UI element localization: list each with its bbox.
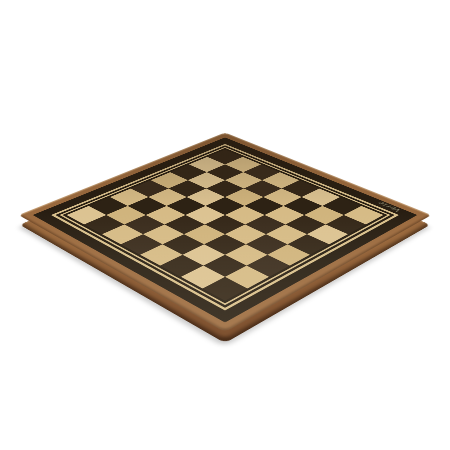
field-margin (62, 148, 387, 303)
pinstripe-inner (60, 147, 391, 305)
product-photo: Verte (0, 0, 450, 450)
pinstripe-gap (55, 145, 394, 307)
chessboard: Verte (19, 133, 432, 333)
pinstripe-outer (51, 144, 399, 311)
board-border-band: Verte (33, 137, 418, 322)
